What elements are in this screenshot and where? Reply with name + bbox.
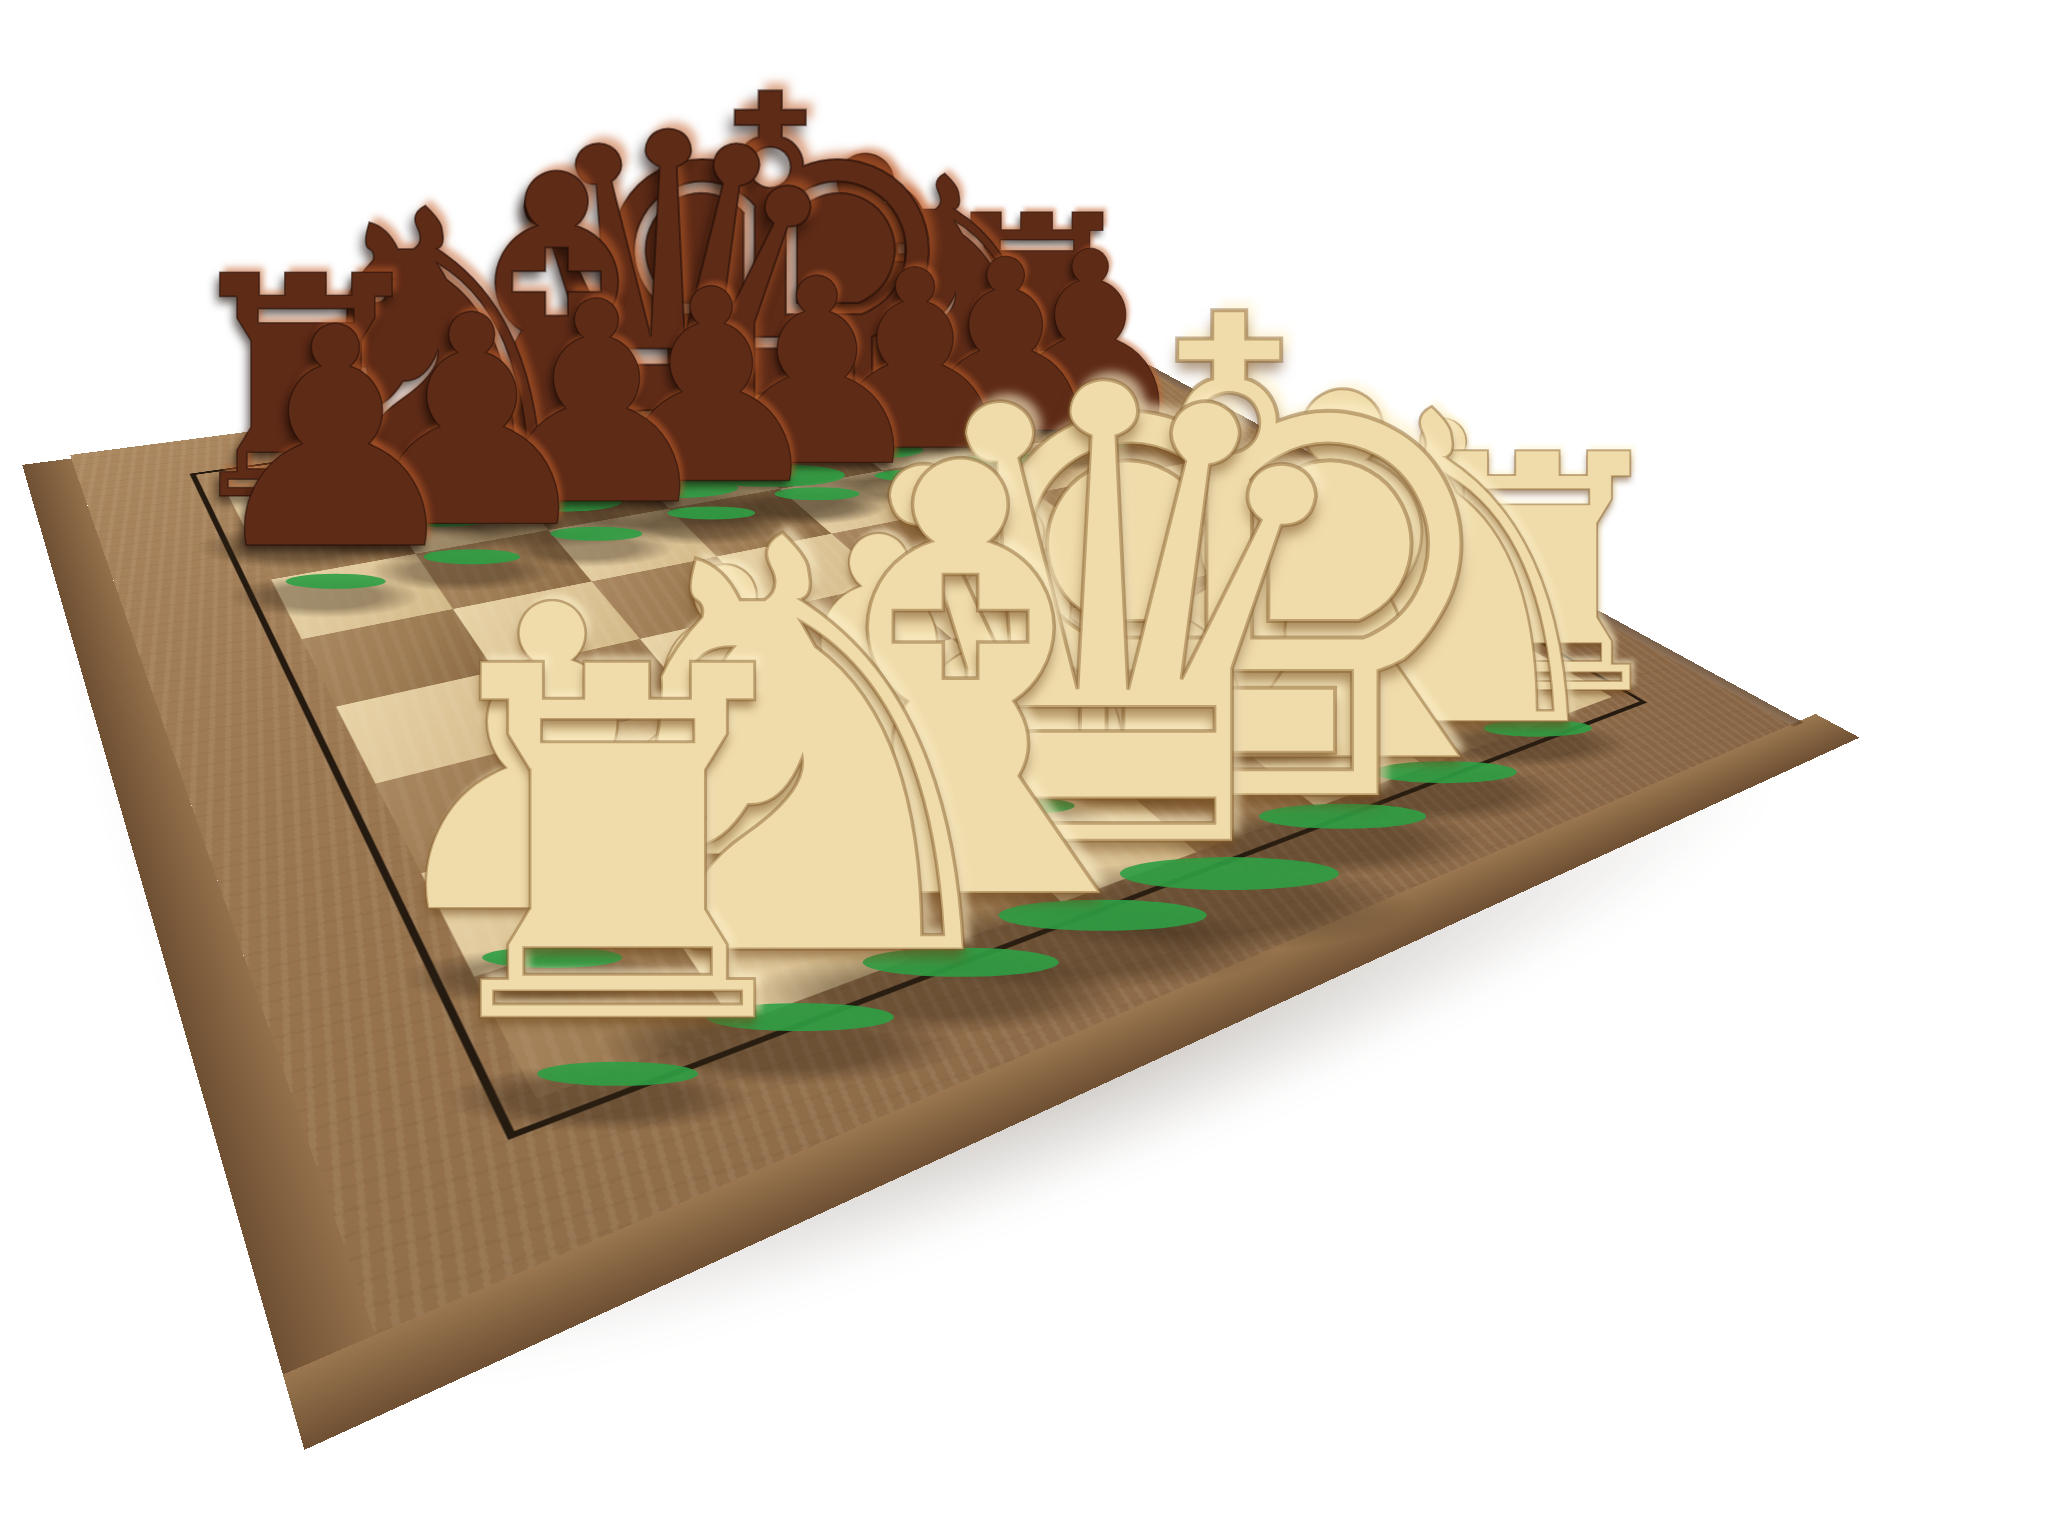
- product-photo-scene: ♜♞♝♛♚♝♞♜♟♟♟♟♟♟♟♟♟♟♟♟♟♟♟♟♜♞♝♛♚♝♞♜: [0, 0, 2048, 1537]
- white-rook-glyph: ♜: [399, 604, 836, 1091]
- piece-white-rook-a1[interactable]: ♜: [399, 604, 836, 1091]
